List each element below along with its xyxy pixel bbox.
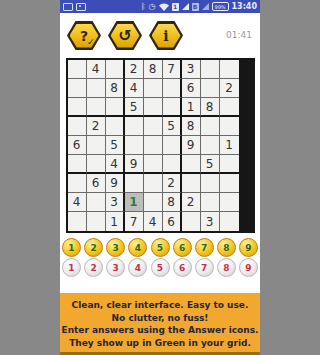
sudoku-board: 42873846251825865914956924318217463 <box>66 58 255 233</box>
toolbar-buttons: ? ✓ ↺ i <box>67 21 183 50</box>
cell-r3c1[interactable] <box>68 98 87 117</box>
cell-r2c5[interactable] <box>144 79 163 98</box>
cell-r2c1[interactable] <box>68 79 87 98</box>
cell-r4c5[interactable] <box>144 117 163 136</box>
undo-button-face: ↺ <box>111 24 140 48</box>
info-icon: i <box>163 28 168 44</box>
silver-ball-1[interactable]: 1 <box>62 258 81 277</box>
cell-r8c4[interactable]: 1 <box>125 193 144 212</box>
cell-r1c4[interactable]: 2 <box>125 60 144 79</box>
cell-r5c2[interactable] <box>87 136 106 155</box>
cell-r5c1[interactable]: 6 <box>68 136 87 155</box>
cell-r3c5[interactable] <box>144 98 163 117</box>
cell-r8c2[interactable] <box>87 193 106 212</box>
undo-button[interactable]: ↺ <box>108 21 142 50</box>
cell-r1c2[interactable]: 4 <box>87 60 106 79</box>
cell-r7c9[interactable] <box>220 174 239 193</box>
cell-r8c5[interactable] <box>144 193 163 212</box>
alarm-icon: ◷ <box>149 3 156 11</box>
cell-r2c6[interactable] <box>163 79 182 98</box>
banner-line: Enter answers using the Answer icons. <box>60 324 260 337</box>
battery-icon: 99% <box>212 2 229 11</box>
roaming-badge: B <box>192 3 199 11</box>
cell-r9c3[interactable]: 1 <box>106 212 125 231</box>
cell-r1c7[interactable]: 3 <box>182 60 201 79</box>
undo-icon: ↺ <box>118 26 131 45</box>
cell-r3c9[interactable] <box>220 98 239 117</box>
cell-r5c8[interactable] <box>201 136 220 155</box>
cell-r3c8[interactable]: 8 <box>201 98 220 117</box>
cell-r6c4[interactable]: 9 <box>125 155 144 174</box>
cell-r1c1[interactable] <box>68 60 87 79</box>
cell-r7c7[interactable] <box>182 174 201 193</box>
banner-line: No clutter, no fuss! <box>60 312 260 325</box>
cell-r5c5[interactable] <box>144 136 163 155</box>
status-right-icons: ᛒ ◷ 1 B 99% 13:40 <box>141 2 257 11</box>
cell-r4c8[interactable] <box>201 117 220 136</box>
cell-r9c1[interactable] <box>68 212 87 231</box>
gold-ball-1[interactable]: 1 <box>62 238 81 257</box>
signal2-icon <box>202 3 209 10</box>
answer-balls-silver: 123456789 <box>60 258 260 277</box>
status-bar: ᛒ ◷ 1 B 99% 13:40 <box>60 0 260 13</box>
screen: ᛒ ◷ 1 B 99% 13:40 ? ✓ ↺ <box>60 0 260 355</box>
sim-badge: 1 <box>172 3 179 11</box>
gold-ball-3[interactable]: 3 <box>106 238 125 257</box>
cell-r7c4[interactable] <box>125 174 144 193</box>
cell-r8c8[interactable] <box>201 193 220 212</box>
cell-r2c9[interactable]: 2 <box>220 79 239 98</box>
cell-r6c3[interactable]: 4 <box>106 155 125 174</box>
cell-r9c9[interactable] <box>220 212 239 231</box>
cell-r4c2[interactable]: 2 <box>87 117 106 136</box>
gold-ball-9[interactable]: 9 <box>239 238 258 257</box>
cell-r6c8[interactable]: 5 <box>201 155 220 174</box>
cell-r4c9[interactable] <box>220 117 239 136</box>
answer-balls-gold: 123456789 <box>60 238 260 257</box>
cell-r9c4[interactable]: 7 <box>125 212 144 231</box>
cell-r1c8[interactable] <box>201 60 220 79</box>
info-button-face: i <box>152 24 181 48</box>
hint-button[interactable]: ? ✓ <box>67 21 101 50</box>
cell-r5c4[interactable] <box>125 136 144 155</box>
gold-ball-6[interactable]: 6 <box>173 238 192 257</box>
cell-r4c4[interactable] <box>125 117 144 136</box>
cell-r1c3[interactable] <box>106 60 125 79</box>
cell-r4c3[interactable] <box>106 117 125 136</box>
cell-r6c2[interactable] <box>87 155 106 174</box>
gold-ball-5[interactable]: 5 <box>151 238 170 257</box>
cell-r6c9[interactable] <box>220 155 239 174</box>
silver-ball-8[interactable]: 8 <box>217 258 236 277</box>
bluetooth-icon: ᛒ <box>141 3 146 11</box>
silver-ball-2[interactable]: 2 <box>84 258 103 277</box>
cell-r2c2[interactable] <box>87 79 106 98</box>
silver-ball-6[interactable]: 6 <box>173 258 192 277</box>
cell-r8c1[interactable]: 4 <box>68 193 87 212</box>
game-timer: 01:41 <box>226 30 252 40</box>
cell-r6c1[interactable] <box>68 155 87 174</box>
gold-ball-2[interactable]: 2 <box>84 238 103 257</box>
cell-r4c1[interactable] <box>68 117 87 136</box>
cell-r6c6[interactable] <box>163 155 182 174</box>
silver-ball-4[interactable]: 4 <box>128 258 147 277</box>
battery-percent: 99% <box>214 4 225 10</box>
check-icon: ✓ <box>87 37 95 47</box>
cell-r3c2[interactable] <box>87 98 106 117</box>
cell-r7c2[interactable]: 6 <box>87 174 106 193</box>
cell-r9c8[interactable]: 3 <box>201 212 220 231</box>
cell-r3c6[interactable] <box>163 98 182 117</box>
cell-r8c6[interactable]: 8 <box>163 193 182 212</box>
cell-r8c9[interactable] <box>220 193 239 212</box>
silver-ball-5[interactable]: 5 <box>151 258 170 277</box>
cell-r7c8[interactable] <box>201 174 220 193</box>
gold-ball-4[interactable]: 4 <box>128 238 147 257</box>
cell-r4c7[interactable]: 8 <box>182 117 201 136</box>
info-button[interactable]: i <box>149 21 183 50</box>
status-time: 13:40 <box>232 2 257 11</box>
cell-r2c8[interactable] <box>201 79 220 98</box>
gold-ball-8[interactable]: 8 <box>217 238 236 257</box>
cell-r5c9[interactable]: 1 <box>220 136 239 155</box>
cell-r7c5[interactable] <box>144 174 163 193</box>
cell-r8c3[interactable]: 3 <box>106 193 125 212</box>
cell-r7c3[interactable]: 9 <box>106 174 125 193</box>
cell-r2c4[interactable]: 4 <box>125 79 144 98</box>
cell-r9c5[interactable]: 4 <box>144 212 163 231</box>
status-left-icons <box>63 3 86 11</box>
cell-r1c5[interactable]: 8 <box>144 60 163 79</box>
cell-r6c7[interactable] <box>182 155 201 174</box>
banner-line: Clean, clear interface. Easy to use. <box>60 299 260 312</box>
cell-r3c4[interactable]: 5 <box>125 98 144 117</box>
cell-r1c6[interactable]: 7 <box>163 60 182 79</box>
promo-banner: Clean, clear interface. Easy to use. No … <box>60 293 260 355</box>
cell-r9c2[interactable] <box>87 212 106 231</box>
cell-r5c6[interactable] <box>163 136 182 155</box>
silver-ball-9[interactable]: 9 <box>239 258 258 277</box>
wifi-icon <box>159 3 169 11</box>
cell-r4c6[interactable]: 5 <box>163 117 182 136</box>
gold-ball-7[interactable]: 7 <box>195 238 214 257</box>
cell-r8c7[interactable]: 2 <box>182 193 201 212</box>
cell-r2c7[interactable]: 6 <box>182 79 201 98</box>
silver-ball-7[interactable]: 7 <box>195 258 214 277</box>
toolbar: ? ✓ ↺ i 01:41 <box>60 13 260 58</box>
cell-r3c3[interactable] <box>106 98 125 117</box>
screenshot-icon <box>63 3 73 11</box>
cell-r5c7[interactable]: 9 <box>182 136 201 155</box>
cell-r9c7[interactable] <box>182 212 201 231</box>
cell-r6c5[interactable] <box>144 155 163 174</box>
cell-r9c6[interactable]: 6 <box>163 212 182 231</box>
cell-r7c1[interactable] <box>68 174 87 193</box>
cell-r2c3[interactable]: 8 <box>106 79 125 98</box>
camera-icon <box>76 3 86 11</box>
cell-r3c7[interactable]: 1 <box>182 98 201 117</box>
cell-r5c3[interactable]: 5 <box>106 136 125 155</box>
cell-r1c9[interactable] <box>220 60 239 79</box>
hint-button-face: ? ✓ <box>70 24 99 48</box>
signal-icon <box>182 3 189 10</box>
cell-r7c6[interactable]: 2 <box>163 174 182 193</box>
banner-line: They show up in Green in your grid. <box>60 337 260 350</box>
silver-ball-3[interactable]: 3 <box>106 258 125 277</box>
